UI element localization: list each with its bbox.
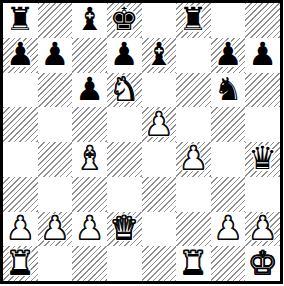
piece-black-rook[interactable]: ♜ xyxy=(6,3,35,35)
square-a8[interactable]: ♜ xyxy=(3,3,38,38)
piece-black-bishop[interactable]: ♝ xyxy=(144,38,173,70)
square-c7[interactable] xyxy=(72,38,107,73)
square-e1[interactable] xyxy=(142,246,177,281)
square-g8[interactable] xyxy=(211,3,246,38)
square-f3[interactable] xyxy=(176,177,211,212)
square-h6[interactable] xyxy=(245,73,280,108)
piece-black-pawn[interactable]: ♟ xyxy=(248,38,277,70)
square-h3[interactable] xyxy=(245,177,280,212)
square-e2[interactable] xyxy=(142,212,177,247)
square-c2[interactable]: ♟ xyxy=(72,212,107,247)
square-b5[interactable] xyxy=(38,107,73,142)
square-h2[interactable]: ♟ xyxy=(245,212,280,247)
square-a3[interactable] xyxy=(3,177,38,212)
square-c6[interactable]: ♟ xyxy=(72,73,107,108)
square-c1[interactable] xyxy=(72,246,107,281)
square-b7[interactable]: ♟ xyxy=(38,38,73,73)
square-d6[interactable]: ♞ xyxy=(107,73,142,108)
square-b1[interactable] xyxy=(38,246,73,281)
piece-white-king[interactable]: ♚ xyxy=(248,247,277,279)
piece-white-queen[interactable]: ♛ xyxy=(110,212,139,244)
square-b8[interactable] xyxy=(38,3,73,38)
square-g5[interactable] xyxy=(211,107,246,142)
square-d1[interactable] xyxy=(107,246,142,281)
piece-white-pawn[interactable]: ♟ xyxy=(179,142,208,174)
piece-white-pawn[interactable]: ♟ xyxy=(248,212,277,244)
square-c8[interactable]: ♝ xyxy=(72,3,107,38)
square-g7[interactable]: ♟ xyxy=(211,38,246,73)
square-a2[interactable]: ♟ xyxy=(3,212,38,247)
piece-white-knight[interactable]: ♞ xyxy=(110,73,139,105)
piece-white-bishop[interactable]: ♝ xyxy=(75,142,104,174)
piece-black-pawn[interactable]: ♟ xyxy=(41,38,70,70)
piece-white-rook[interactable]: ♜ xyxy=(179,247,208,279)
square-f2[interactable] xyxy=(176,212,211,247)
square-f6[interactable] xyxy=(176,73,211,108)
square-b6[interactable] xyxy=(38,73,73,108)
piece-white-pawn[interactable]: ♟ xyxy=(41,212,70,244)
square-e6[interactable] xyxy=(142,73,177,108)
square-e4[interactable] xyxy=(142,142,177,177)
piece-black-king[interactable]: ♚ xyxy=(110,3,139,35)
square-b3[interactable] xyxy=(38,177,73,212)
piece-black-rook[interactable]: ♜ xyxy=(179,3,208,35)
square-b4[interactable] xyxy=(38,142,73,177)
piece-black-pawn[interactable]: ♟ xyxy=(110,38,139,70)
square-h5[interactable] xyxy=(245,107,280,142)
square-f7[interactable] xyxy=(176,38,211,73)
piece-white-pawn[interactable]: ♟ xyxy=(6,212,35,244)
piece-white-pawn[interactable]: ♟ xyxy=(214,212,243,244)
square-b2[interactable]: ♟ xyxy=(38,212,73,247)
square-d5[interactable] xyxy=(107,107,142,142)
square-c3[interactable] xyxy=(72,177,107,212)
piece-black-pawn[interactable]: ♟ xyxy=(6,38,35,70)
square-g1[interactable] xyxy=(211,246,246,281)
square-e5[interactable]: ♟ xyxy=(142,107,177,142)
piece-black-pawn[interactable]: ♟ xyxy=(214,38,243,70)
square-d2[interactable]: ♛ xyxy=(107,212,142,247)
square-f1[interactable]: ♜ xyxy=(176,246,211,281)
piece-black-bishop[interactable]: ♝ xyxy=(75,3,104,35)
square-e3[interactable] xyxy=(142,177,177,212)
square-f5[interactable] xyxy=(176,107,211,142)
square-g6[interactable]: ♞ xyxy=(211,73,246,108)
square-e7[interactable]: ♝ xyxy=(142,38,177,73)
square-h8[interactable] xyxy=(245,3,280,38)
square-a1[interactable]: ♜ xyxy=(3,246,38,281)
square-a4[interactable] xyxy=(3,142,38,177)
piece-white-pawn[interactable]: ♟ xyxy=(144,108,173,140)
square-f4[interactable]: ♟ xyxy=(176,142,211,177)
square-d3[interactable] xyxy=(107,177,142,212)
square-h7[interactable]: ♟ xyxy=(245,38,280,73)
piece-black-pawn[interactable]: ♟ xyxy=(75,73,104,105)
piece-white-rook[interactable]: ♜ xyxy=(6,247,35,279)
square-c4[interactable]: ♝ xyxy=(72,142,107,177)
square-g4[interactable] xyxy=(211,142,246,177)
square-a5[interactable] xyxy=(3,107,38,142)
square-a7[interactable]: ♟ xyxy=(3,38,38,73)
piece-black-queen[interactable]: ♛ xyxy=(248,142,277,174)
square-g3[interactable] xyxy=(211,177,246,212)
chess-board: ♜♝♚♜♟♟♟♝♟♟♟♞♞♟♝♟♛♟♟♟♛♟♟♜♜♚ xyxy=(0,0,283,284)
piece-white-pawn[interactable]: ♟ xyxy=(75,212,104,244)
square-a6[interactable] xyxy=(3,73,38,108)
square-d8[interactable]: ♚ xyxy=(107,3,142,38)
square-d4[interactable] xyxy=(107,142,142,177)
piece-black-knight[interactable]: ♞ xyxy=(214,73,243,105)
square-f8[interactable]: ♜ xyxy=(176,3,211,38)
square-h4[interactable]: ♛ xyxy=(245,142,280,177)
square-g2[interactable]: ♟ xyxy=(211,212,246,247)
square-d7[interactable]: ♟ xyxy=(107,38,142,73)
square-e8[interactable] xyxy=(142,3,177,38)
square-h1[interactable]: ♚ xyxy=(245,246,280,281)
square-c5[interactable] xyxy=(72,107,107,142)
